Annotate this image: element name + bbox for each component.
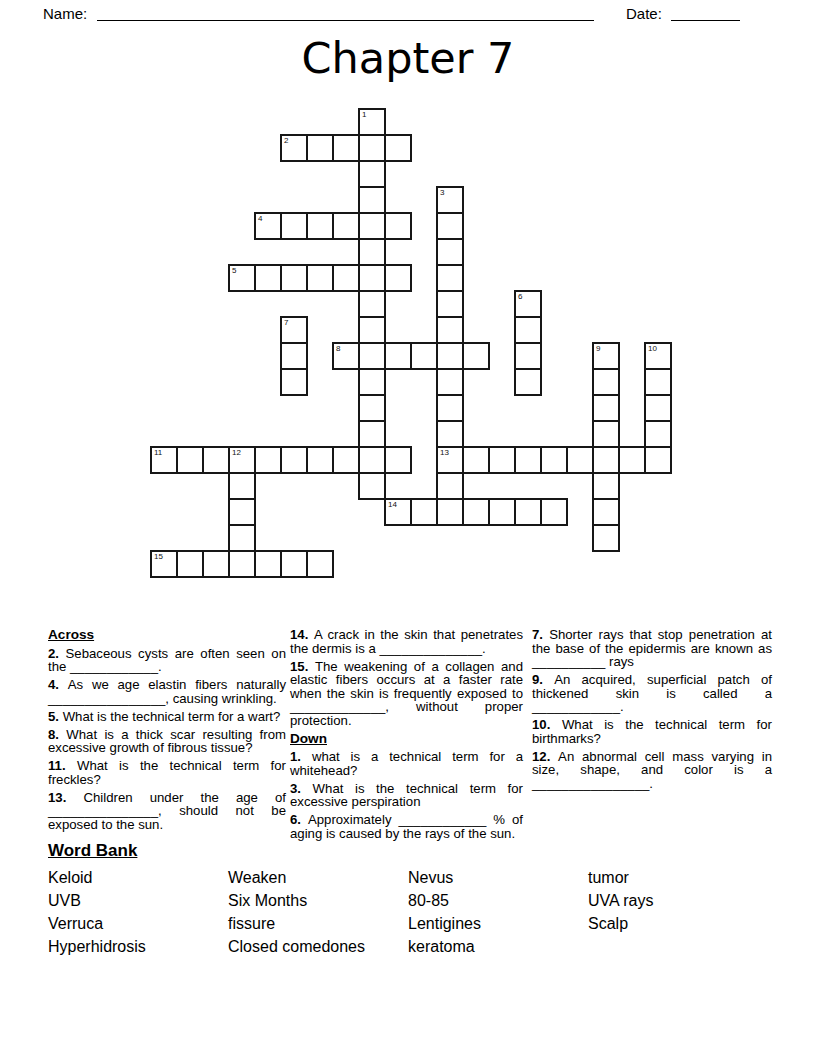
clue-text: Children under the age of ______________… [48, 790, 286, 832]
cell-r10c8[interactable] [358, 368, 386, 396]
cell-r6c4[interactable] [254, 264, 282, 292]
cell-r9c5[interactable] [280, 342, 308, 370]
clue-across-15: 15. The weakening of a collagen and elas… [290, 660, 523, 728]
clue-text: What is the technical term for a wart? [63, 709, 281, 724]
cell-r15c13[interactable] [488, 498, 516, 526]
cell-r14c8[interactable] [358, 472, 386, 500]
word-bank-column-1: KeloidUVBVerrucaHyperhidrosis [48, 866, 228, 958]
clue-down-12: 12. An abnormal cell mass varying in siz… [532, 750, 772, 791]
clues-column-2: 14. A crack in the skin that penetrates … [290, 628, 523, 845]
cell-r12c19[interactable] [644, 420, 672, 448]
cell-r10c14[interactable] [514, 368, 542, 396]
cell-r5c11[interactable] [436, 238, 464, 266]
cell-number-7: 7 [284, 318, 288, 327]
clue-text: Sebaceous cysts are often seen on the __… [48, 646, 286, 675]
cell-r10c11[interactable] [436, 368, 464, 396]
word-bank-list: KeloidUVBVerrucaHyperhidrosisWeakenSix M… [48, 866, 778, 958]
clue-text: The weakening of a collagen and elastic … [290, 659, 523, 728]
clue-across-8: 8. What is a thick scar resulting from e… [48, 728, 286, 755]
cell-number-11: 11 [154, 448, 162, 457]
cell-r13c11[interactable]: 13 [436, 446, 464, 474]
cell-r14c3[interactable] [228, 472, 256, 500]
word-bank-column-4: tumorUVA raysScalp [588, 866, 768, 958]
cell-r15c3[interactable] [228, 498, 256, 526]
cell-number-5: 5 [232, 266, 236, 275]
cell-r13c8[interactable] [358, 446, 386, 474]
clue-text: As we age elastin fibers naturally _____… [48, 677, 286, 706]
cell-number-4: 4 [258, 214, 262, 223]
cell-r8c8[interactable] [358, 316, 386, 344]
clue-down-7: 7. Shorter rays that stop penetration at… [532, 628, 772, 669]
cell-number-3: 3 [440, 188, 444, 197]
cell-r15c11[interactable] [436, 498, 464, 526]
cell-r13c14[interactable] [514, 446, 542, 474]
cell-r9c14[interactable] [514, 342, 542, 370]
cell-r17c3[interactable] [228, 550, 256, 578]
cell-r8c11[interactable] [436, 316, 464, 344]
cell-r11c8[interactable] [358, 394, 386, 422]
date-label: Date: [626, 5, 662, 22]
cell-r9c12[interactable] [462, 342, 490, 370]
clue-down-10: 10. What is the technical term for birth… [532, 718, 772, 745]
cell-r1c7[interactable] [332, 134, 360, 162]
cell-r9c11[interactable] [436, 342, 464, 370]
cell-r6c11[interactable] [436, 264, 464, 292]
clues-column-1: Across2. Sebaceous cysts are often seen … [48, 628, 286, 836]
cell-r2c8[interactable] [358, 160, 386, 188]
cell-r11c11[interactable] [436, 394, 464, 422]
cell-r13c1[interactable] [176, 446, 204, 474]
cell-r14c17[interactable] [592, 472, 620, 500]
cell-r1c9[interactable] [384, 134, 412, 162]
cell-r15c9[interactable]: 14 [384, 498, 412, 526]
cell-r4c8[interactable] [358, 212, 386, 240]
cell-r10c19[interactable] [644, 368, 672, 396]
cell-r17c5[interactable] [280, 550, 308, 578]
cell-number-9: 9 [596, 344, 600, 353]
cell-r11c17[interactable] [592, 394, 620, 422]
word-bank-item: Hyperhidrosis [48, 935, 228, 958]
cell-r9c8[interactable] [358, 342, 386, 370]
cell-r13c2[interactable] [202, 446, 230, 474]
word-bank-item: Six Months [228, 889, 408, 912]
clue-text: A crack in the skin that penetrates the … [290, 627, 523, 656]
cell-r13c12[interactable] [462, 446, 490, 474]
cell-r13c6[interactable] [306, 446, 334, 474]
word-bank-item: Closed comedones [228, 935, 408, 958]
cell-r8c14[interactable] [514, 316, 542, 344]
word-bank-section: Word Bank KeloidUVBVerrucaHyperhidrosisW… [48, 841, 778, 958]
cell-number-6: 6 [518, 292, 522, 301]
word-bank-item: fissure [228, 912, 408, 935]
cell-r15c15[interactable] [540, 498, 568, 526]
cell-r6c5[interactable] [280, 264, 308, 292]
cell-r14c11[interactable] [436, 472, 464, 500]
cell-r9c10[interactable] [410, 342, 438, 370]
across-heading: Across [48, 628, 286, 642]
cell-r9c17[interactable]: 9 [592, 342, 620, 370]
cell-r12c11[interactable] [436, 420, 464, 448]
cell-r13c9[interactable] [384, 446, 412, 474]
cell-number-8: 8 [336, 344, 340, 353]
cell-number-15: 15 [154, 552, 163, 561]
cell-r6c8[interactable] [358, 264, 386, 292]
cell-r4c9[interactable] [384, 212, 412, 240]
cell-r13c5[interactable] [280, 446, 308, 474]
clue-text: An abnormal cell mass varying in size, s… [532, 749, 772, 791]
cell-r4c5[interactable] [280, 212, 308, 240]
cell-r9c9[interactable] [384, 342, 412, 370]
date-blank-line[interactable] [671, 4, 740, 21]
clue-down-1: 1. what is a technical term for a whiteh… [290, 750, 523, 777]
cell-r0c8[interactable]: 1 [358, 108, 386, 136]
cell-r16c17[interactable] [592, 524, 620, 552]
word-bank-item: Keloid [48, 866, 228, 889]
cell-r1c8[interactable] [358, 134, 386, 162]
clue-down-3: 3. What is the technical term for excess… [290, 782, 523, 809]
cell-r17c1[interactable] [176, 550, 204, 578]
cell-r1c5[interactable]: 2 [280, 134, 308, 162]
cell-r16c3[interactable] [228, 524, 256, 552]
cell-r12c8[interactable] [358, 420, 386, 448]
cell-r13c7[interactable] [332, 446, 360, 474]
cell-r9c19[interactable]: 10 [644, 342, 672, 370]
cell-r6c9[interactable] [384, 264, 412, 292]
cell-r11c19[interactable] [644, 394, 672, 422]
cell-r9c7[interactable]: 8 [332, 342, 360, 370]
clue-text: What is a thick scar resulting from exce… [48, 727, 286, 756]
cell-r3c8[interactable] [358, 186, 386, 214]
word-bank-item: 80-85 [408, 889, 588, 912]
word-bank-item: Weaken [228, 866, 408, 889]
cell-r4c6[interactable] [306, 212, 334, 240]
cell-number-1: 1 [362, 110, 366, 119]
clue-text: Approximately ____________ % of aging is… [290, 812, 523, 841]
cell-r1c6[interactable] [306, 134, 334, 162]
cell-r6c3[interactable]: 5 [228, 264, 256, 292]
word-bank-column-3: Nevus80-85Lentigineskeratoma [408, 866, 588, 958]
cell-r4c7[interactable] [332, 212, 360, 240]
cell-number-14: 14 [388, 500, 397, 509]
cell-r4c11[interactable] [436, 212, 464, 240]
down-heading: Down [290, 732, 523, 746]
word-bank-item: UVB [48, 889, 228, 912]
word-bank-item: Lentigines [408, 912, 588, 935]
word-bank-title: Word Bank [48, 841, 778, 861]
cell-r17c2[interactable] [202, 550, 230, 578]
cell-r4c4[interactable]: 4 [254, 212, 282, 240]
cell-number-2: 2 [284, 136, 288, 145]
word-bank-item: Nevus [408, 866, 588, 889]
clue-down-9: 9. An acquired, superficial patch of thi… [532, 673, 772, 714]
word-bank-column-2: WeakenSix MonthsfissureClosed comedones [228, 866, 408, 958]
cell-r13c19[interactable] [644, 446, 672, 474]
clues-column-3: 7. Shorter rays that stop penetration at… [532, 628, 772, 795]
cell-number-12: 12 [232, 448, 241, 457]
clue-text: An acquired, superficial patch of thicke… [532, 672, 772, 714]
word-bank-item: Scalp [588, 912, 768, 935]
clue-text: Shorter rays that stop penetration at th… [532, 627, 772, 669]
clue-across-11: 11. What is the technical term for freck… [48, 759, 286, 786]
word-bank-item: UVA rays [588, 889, 768, 912]
cell-r13c3[interactable]: 12 [228, 446, 256, 474]
clue-text: What is the technical term for freckles? [48, 758, 286, 787]
cell-r13c18[interactable] [618, 446, 646, 474]
cell-r13c15[interactable] [540, 446, 568, 474]
cell-r13c13[interactable] [488, 446, 516, 474]
clue-text: What is the technical term for birthmark… [532, 717, 772, 746]
crossword-worksheet-page: Name: Date: Chapter 7 245811121314151367… [0, 0, 816, 1056]
cell-r3c11[interactable]: 3 [436, 186, 464, 214]
clue-number: 5. [48, 709, 63, 724]
cell-r15c17[interactable] [592, 498, 620, 526]
cell-number-13: 13 [440, 448, 449, 457]
cell-r13c17[interactable] [592, 446, 620, 474]
word-bank-item: tumor [588, 866, 768, 889]
cell-r7c8[interactable] [358, 290, 386, 318]
cell-r12c17[interactable] [592, 420, 620, 448]
cell-r13c0[interactable]: 11 [150, 446, 178, 474]
clue-text: what is a technical term for a whitehead… [290, 749, 523, 778]
cell-r15c14[interactable] [514, 498, 542, 526]
clue-down-6: 6. Approximately ____________ % of aging… [290, 813, 523, 840]
cell-r8c5[interactable]: 7 [280, 316, 308, 344]
clue-across-2: 2. Sebaceous cysts are often seen on the… [48, 647, 286, 674]
cell-r13c16[interactable] [566, 446, 594, 474]
cell-r6c6[interactable] [306, 264, 334, 292]
cell-r5c8[interactable] [358, 238, 386, 266]
name-blank-line[interactable] [97, 4, 594, 21]
cell-r15c10[interactable] [410, 498, 438, 526]
clue-across-13: 13. Children under the age of __________… [48, 791, 286, 832]
name-label: Name: [43, 5, 87, 22]
cell-r7c11[interactable] [436, 290, 464, 318]
cell-r7c14[interactable]: 6 [514, 290, 542, 318]
clue-across-5: 5. What is the technical term for a wart… [48, 710, 286, 724]
cell-r17c6[interactable] [306, 550, 334, 578]
word-bank-item: Verruca [48, 912, 228, 935]
cell-r6c7[interactable] [332, 264, 360, 292]
cell-r13c4[interactable] [254, 446, 282, 474]
clue-across-4: 4. As we age elastin fibers naturally __… [48, 678, 286, 705]
clue-across-14: 14. A crack in the skin that penetrates … [290, 628, 523, 655]
cell-r17c0[interactable]: 15 [150, 550, 178, 578]
clue-text: What is the technical term for excessive… [290, 781, 523, 810]
page-title: Chapter 7 [0, 33, 816, 83]
cell-r17c4[interactable] [254, 550, 282, 578]
cell-r15c12[interactable] [462, 498, 490, 526]
word-bank-item: keratoma [408, 935, 588, 958]
cell-number-10: 10 [648, 344, 657, 353]
crossword-grid: 245811121314151367910 [150, 108, 674, 580]
cell-r10c5[interactable] [280, 368, 308, 396]
cell-r10c17[interactable] [592, 368, 620, 396]
